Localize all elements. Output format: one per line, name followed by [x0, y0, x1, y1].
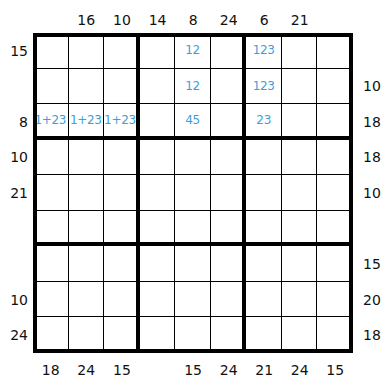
right-clue-row5: 10 [353, 175, 386, 211]
top-clue-col4: 14 [140, 0, 176, 33]
cell-r6c3[interactable] [104, 211, 140, 247]
cell-r2c4[interactable] [140, 69, 176, 105]
left-clue-row1: 15 [0, 33, 33, 69]
right-clue-row2: 10 [353, 69, 386, 105]
cell-r7c7[interactable] [246, 246, 282, 282]
cell-r4c2[interactable] [69, 140, 105, 176]
cell-r3c2[interactable]: 1+23 [69, 104, 105, 140]
cell-r7c5[interactable] [175, 246, 211, 282]
top-clue-col3: 10 [104, 0, 140, 33]
cell-r5c7[interactable] [246, 175, 282, 211]
cell-r3c1[interactable]: 1+23 [33, 104, 69, 140]
bottom-clue-col2: 24 [69, 353, 105, 386]
cell-r5c8[interactable] [282, 175, 318, 211]
top-clue-col7: 6 [246, 0, 282, 33]
cell-r3c9[interactable] [317, 104, 353, 140]
cell-r7c2[interactable] [69, 246, 105, 282]
cell-r8c3[interactable] [104, 282, 140, 318]
cell-r6c5[interactable] [175, 211, 211, 247]
cell-r2c8[interactable] [282, 69, 318, 105]
cell-r6c8[interactable] [282, 211, 318, 247]
cell-r4c8[interactable] [282, 140, 318, 176]
bottom-clue-col7: 21 [246, 353, 282, 386]
cell-r5c1[interactable] [33, 175, 69, 211]
cell-r2c7[interactable]: 123 [246, 69, 282, 105]
cell-r4c1[interactable] [33, 140, 69, 176]
top-clue-col8: 21 [282, 0, 318, 33]
cell-r7c9[interactable] [317, 246, 353, 282]
left-clue-row5: 21 [0, 175, 33, 211]
left-clue-row6 [0, 211, 33, 247]
cell-r6c4[interactable] [140, 211, 176, 247]
bottom-clue-col5: 15 [175, 353, 211, 386]
cell-r2c1[interactable] [33, 69, 69, 105]
cell-r9c9[interactable] [317, 317, 353, 353]
cell-r9c6[interactable] [211, 317, 247, 353]
bottom-clue-col3: 15 [104, 353, 140, 386]
cell-r8c5[interactable] [175, 282, 211, 318]
cell-r9c7[interactable] [246, 317, 282, 353]
cell-r1c7[interactable]: 123 [246, 33, 282, 69]
cell-r8c1[interactable] [33, 282, 69, 318]
cell-r4c3[interactable] [104, 140, 140, 176]
cell-r6c2[interactable] [69, 211, 105, 247]
cell-r5c3[interactable] [104, 175, 140, 211]
bottom-clue-col6: 24 [211, 353, 247, 386]
left-clue-row8: 10 [0, 282, 33, 318]
cell-r1c8[interactable] [282, 33, 318, 69]
cell-r3c5[interactable]: 45 [175, 104, 211, 140]
cell-r9c8[interactable] [282, 317, 318, 353]
top-clue-col1 [33, 0, 69, 33]
cell-r6c6[interactable] [211, 211, 247, 247]
cell-r6c1[interactable] [33, 211, 69, 247]
left-clue-row4: 10 [0, 140, 33, 176]
top-clue-col2: 16 [69, 0, 105, 33]
right-clue-row6 [353, 211, 386, 247]
cell-r7c4[interactable] [140, 246, 176, 282]
bottom-clue-col4 [140, 353, 176, 386]
sudoku-puzzle-page: 1610148246211824151524212415158102110241… [0, 0, 386, 386]
cell-r5c2[interactable] [69, 175, 105, 211]
right-clue-row8: 20 [353, 282, 386, 318]
cell-r4c9[interactable] [317, 140, 353, 176]
cell-r8c6[interactable] [211, 282, 247, 318]
cell-r2c6[interactable] [211, 69, 247, 105]
cell-r9c4[interactable] [140, 317, 176, 353]
cell-r4c7[interactable] [246, 140, 282, 176]
left-clue-row2 [0, 69, 33, 105]
cell-r3c7[interactable]: 23 [246, 104, 282, 140]
cell-r3c6[interactable] [211, 104, 247, 140]
cell-r9c1[interactable] [33, 317, 69, 353]
top-clue-col6: 24 [211, 0, 247, 33]
cell-r9c5[interactable] [175, 317, 211, 353]
cell-r7c3[interactable] [104, 246, 140, 282]
cell-r5c6[interactable] [211, 175, 247, 211]
cell-r8c9[interactable] [317, 282, 353, 318]
cell-r2c2[interactable] [69, 69, 105, 105]
cell-r6c7[interactable] [246, 211, 282, 247]
left-clue-row7 [0, 246, 33, 282]
right-clue-row7: 15 [353, 246, 386, 282]
cell-r1c1[interactable] [33, 33, 69, 69]
top-clue-col9 [317, 0, 353, 33]
cell-r1c4[interactable] [140, 33, 176, 69]
cell-r7c6[interactable] [211, 246, 247, 282]
cell-r9c2[interactable] [69, 317, 105, 353]
cell-r6c9[interactable] [317, 211, 353, 247]
left-clue-row3: 8 [0, 104, 33, 140]
right-clue-row4: 18 [353, 140, 386, 176]
cell-r1c9[interactable] [317, 33, 353, 69]
top-clue-col5: 8 [175, 0, 211, 33]
bottom-clue-col9: 15 [317, 353, 353, 386]
bottom-clue-col8: 24 [282, 353, 318, 386]
cell-r3c4[interactable] [140, 104, 176, 140]
cell-r3c3[interactable]: 1+23 [104, 104, 140, 140]
cell-r8c8[interactable] [282, 282, 318, 318]
cell-r8c2[interactable] [69, 282, 105, 318]
cell-r4c6[interactable] [211, 140, 247, 176]
cell-r2c3[interactable] [104, 69, 140, 105]
cell-r1c2[interactable] [69, 33, 105, 69]
cell-r8c4[interactable] [140, 282, 176, 318]
cell-r5c5[interactable] [175, 175, 211, 211]
cell-r1c6[interactable] [211, 33, 247, 69]
right-clue-row3: 18 [353, 104, 386, 140]
cell-r3c8[interactable] [282, 104, 318, 140]
cell-r8c7[interactable] [246, 282, 282, 318]
cell-r7c1[interactable] [33, 246, 69, 282]
cell-r1c3[interactable] [104, 33, 140, 69]
right-clue-row9: 18 [353, 317, 386, 353]
right-clue-row1 [353, 33, 386, 69]
bottom-clue-col1: 18 [33, 353, 69, 386]
left-clue-row9: 24 [0, 317, 33, 353]
cell-r1c5[interactable]: 12 [175, 33, 211, 69]
cell-r2c9[interactable] [317, 69, 353, 105]
cell-r5c4[interactable] [140, 175, 176, 211]
cell-r4c5[interactable] [175, 140, 211, 176]
cell-r5c9[interactable] [317, 175, 353, 211]
cell-r2c5[interactable]: 12 [175, 69, 211, 105]
cell-r4c4[interactable] [140, 140, 176, 176]
cell-r9c3[interactable] [104, 317, 140, 353]
cell-r7c8[interactable] [282, 246, 318, 282]
